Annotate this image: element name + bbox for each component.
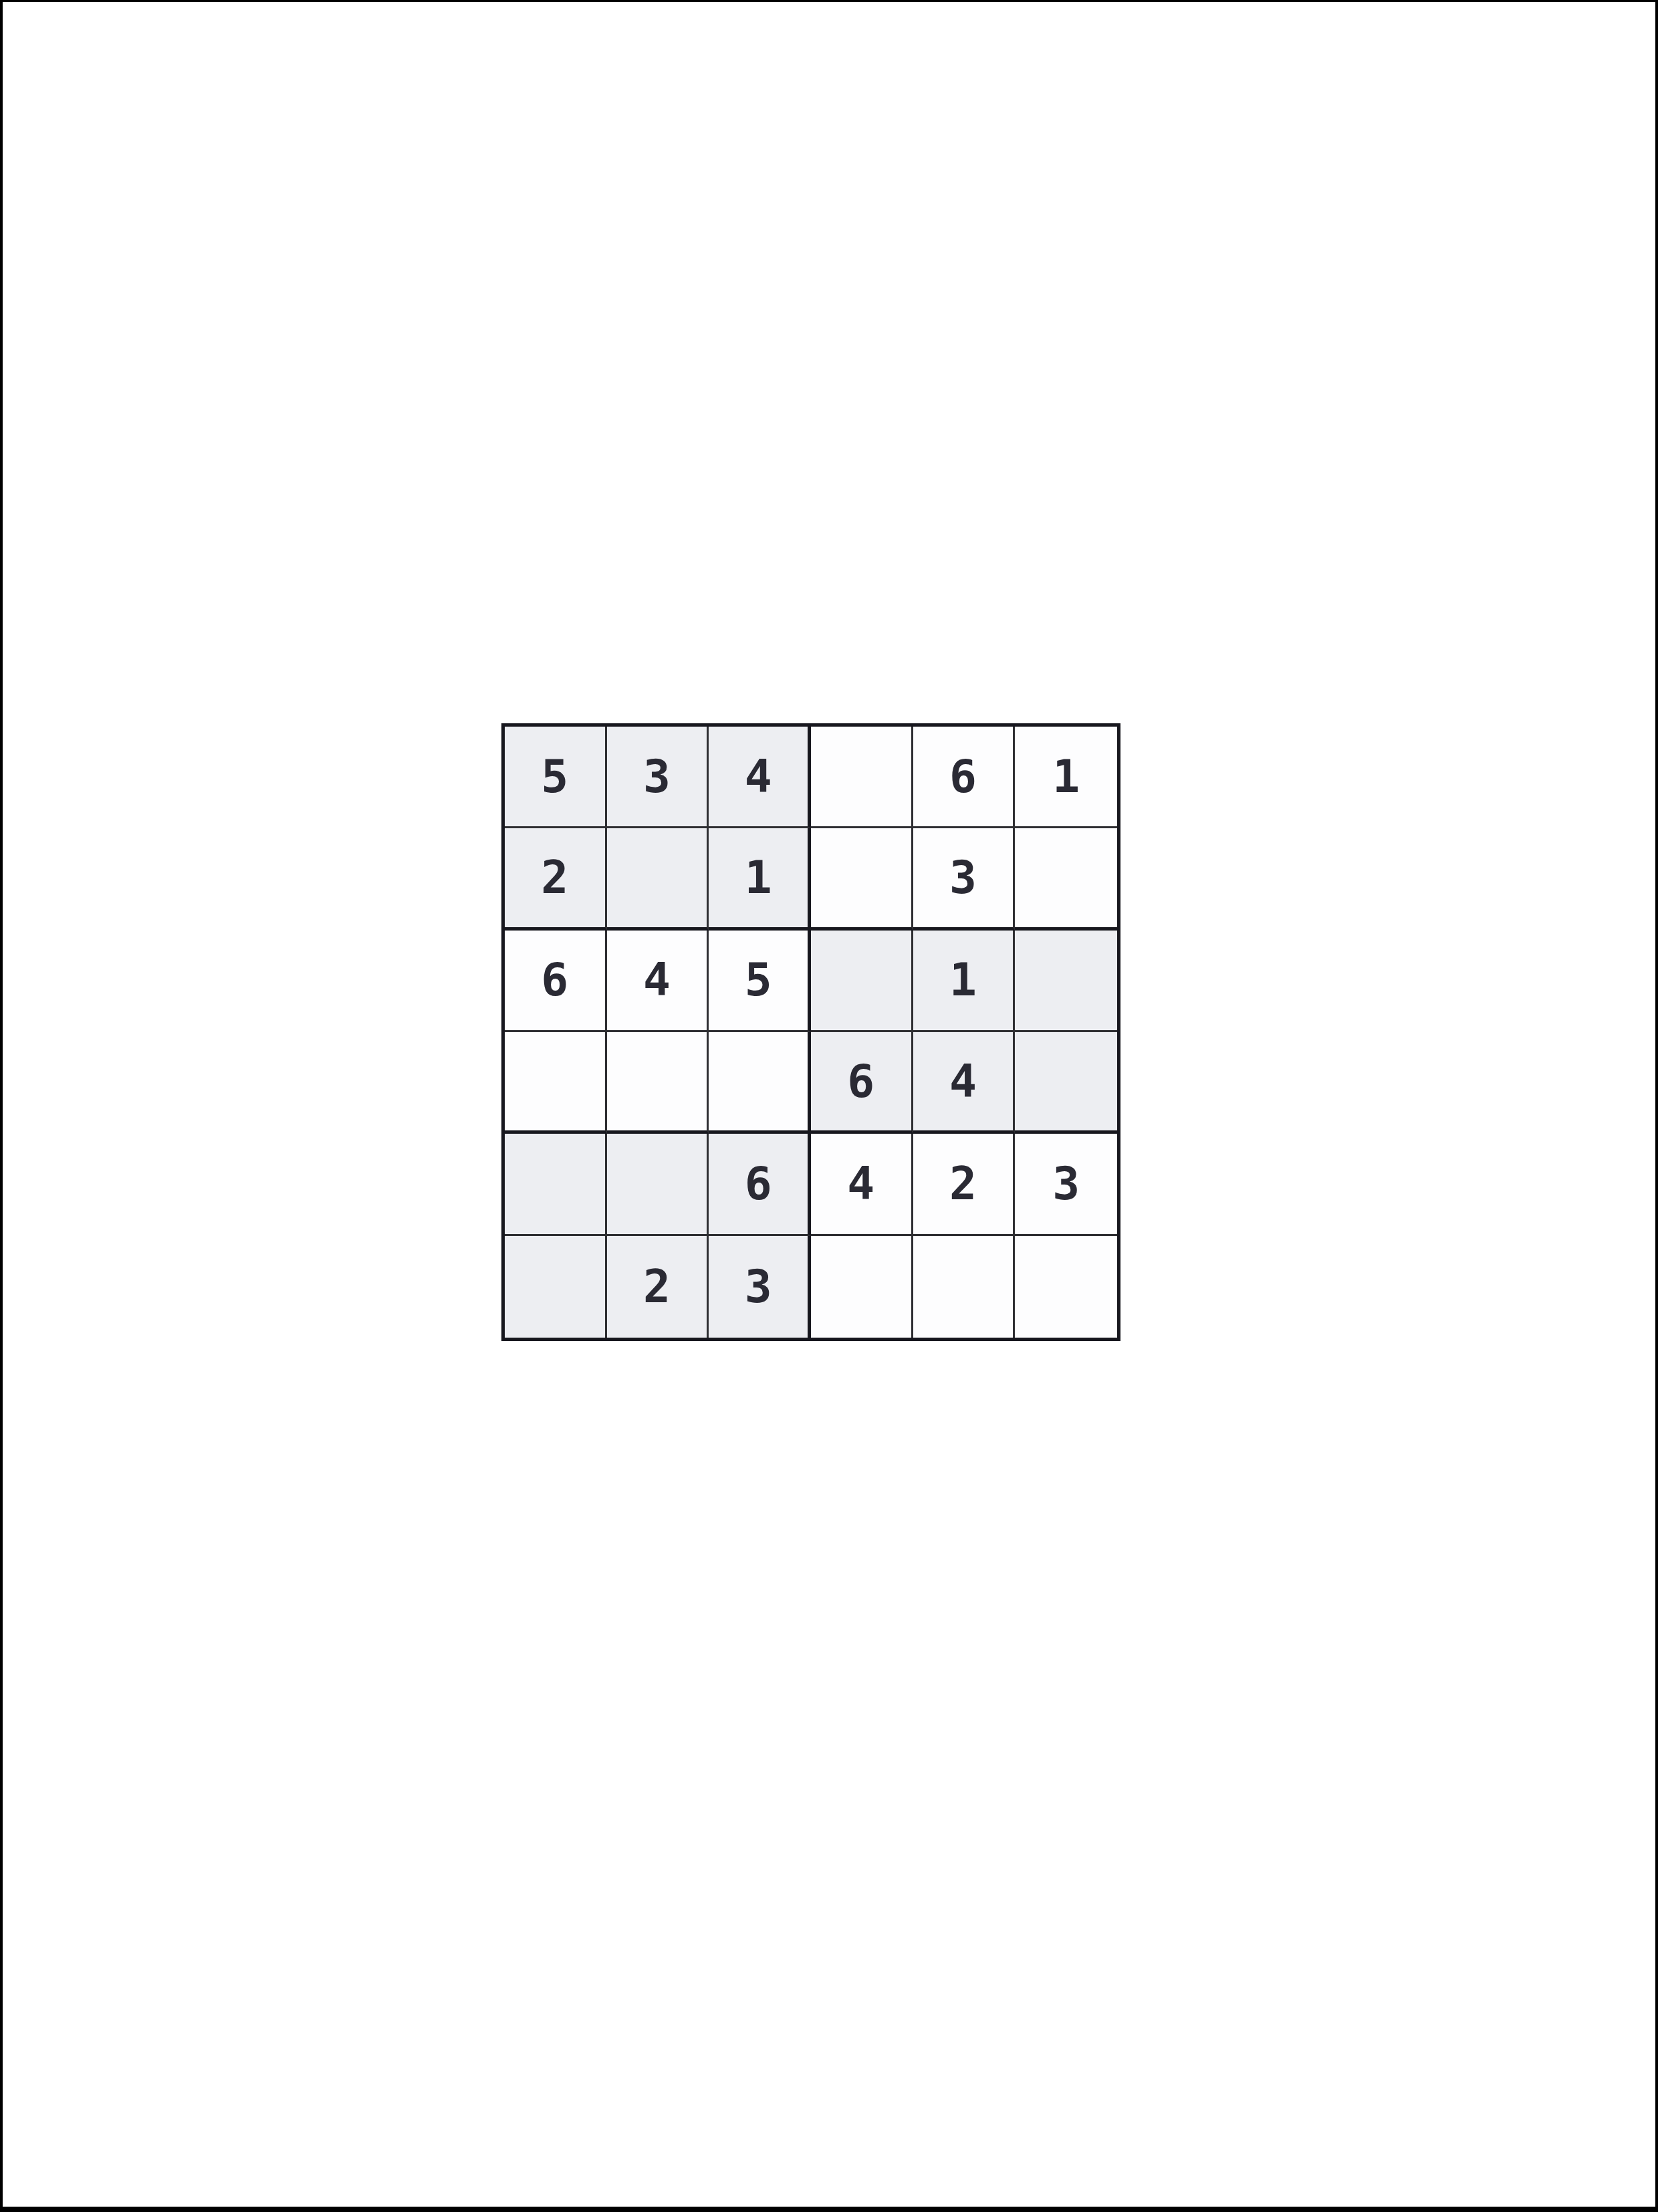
cell-r2c2[interactable] bbox=[607, 828, 709, 930]
cell-r4c2[interactable] bbox=[607, 1032, 709, 1134]
cell-r5c4: 4 bbox=[811, 1134, 913, 1235]
cell-r1c3: 4 bbox=[709, 727, 811, 828]
sudoku-board: 53461213645164642323 bbox=[501, 723, 1120, 1341]
cell-r2c3: 1 bbox=[709, 828, 811, 930]
cell-r6c1[interactable] bbox=[505, 1236, 607, 1338]
cell-r1c4[interactable] bbox=[811, 727, 913, 828]
cell-r6c3: 3 bbox=[709, 1236, 811, 1338]
cell-r2c4[interactable] bbox=[811, 828, 913, 930]
cell-r1c1: 5 bbox=[505, 727, 607, 828]
cell-r6c5[interactable] bbox=[913, 1236, 1016, 1338]
cell-r4c1[interactable] bbox=[505, 1032, 607, 1134]
cell-r3c2: 4 bbox=[607, 931, 709, 1032]
cell-r3c1: 6 bbox=[505, 931, 607, 1032]
cell-r4c4: 6 bbox=[811, 1032, 913, 1134]
scanned-sudoku-page: 53461213645164642323 bbox=[0, 0, 1658, 2212]
cell-r2c6[interactable] bbox=[1015, 828, 1117, 930]
cell-r6c4[interactable] bbox=[811, 1236, 913, 1338]
cell-r1c5: 6 bbox=[913, 727, 1016, 828]
cell-r4c5: 4 bbox=[913, 1032, 1016, 1134]
cell-r3c6[interactable] bbox=[1015, 931, 1117, 1032]
cell-r2c5: 3 bbox=[913, 828, 1016, 930]
cell-r3c3: 5 bbox=[709, 931, 811, 1032]
cell-r4c6[interactable] bbox=[1015, 1032, 1117, 1134]
cell-r4c3[interactable] bbox=[709, 1032, 811, 1134]
cell-r5c6: 3 bbox=[1015, 1134, 1117, 1235]
cell-r6c6[interactable] bbox=[1015, 1236, 1117, 1338]
cell-r5c3: 6 bbox=[709, 1134, 811, 1235]
cell-r5c1[interactable] bbox=[505, 1134, 607, 1235]
cell-r3c4[interactable] bbox=[811, 931, 913, 1032]
cell-r3c5: 1 bbox=[913, 931, 1016, 1032]
cell-r1c2: 3 bbox=[607, 727, 709, 828]
cell-r6c2: 2 bbox=[607, 1236, 709, 1338]
cell-r1c6: 1 bbox=[1015, 727, 1117, 828]
cell-r2c1: 2 bbox=[505, 828, 607, 930]
cell-r5c5: 2 bbox=[913, 1134, 1016, 1235]
cell-r5c2[interactable] bbox=[607, 1134, 709, 1235]
